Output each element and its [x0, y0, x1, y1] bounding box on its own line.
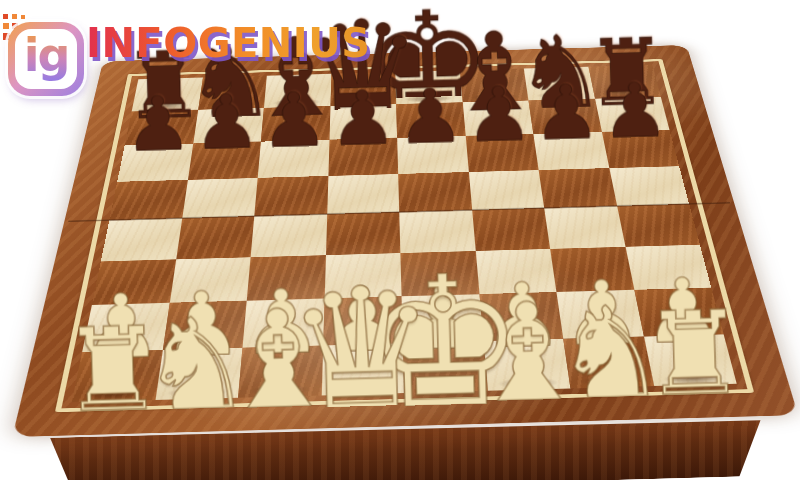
square-b4	[176, 216, 255, 259]
square-g7: ♟	[528, 98, 601, 134]
logo-badge-inner: ig	[15, 29, 77, 89]
square-g1: ♞	[563, 336, 653, 388]
square-c7: ♟	[261, 106, 330, 142]
product-photo-chess-set: ♜♞♝♛♚♝♞♜♟♟♟♟♟♟♟♟♟♟♟♟♟♟♟♟♜♞♝♛♚♝♞♜ ig INFO…	[0, 0, 800, 480]
square-h7: ♟	[595, 97, 670, 133]
square-g6	[533, 132, 608, 170]
logo-badge-text: ig	[24, 28, 69, 82]
square-h1: ♜	[643, 334, 736, 386]
square-h6	[601, 130, 679, 168]
chess-board-photo: ♜♞♝♛♚♝♞♜♟♟♟♟♟♟♟♟♟♟♟♟♟♟♟♟♜♞♝♛♚♝♞♜	[0, 0, 800, 480]
square-g4	[544, 206, 625, 249]
squares-grid: ♜♞♝♛♚♝♞♜♟♟♟♟♟♟♟♟♟♟♟♟♟♟♟♟♜♞♝♛♚♝♞♜	[72, 65, 737, 402]
square-h4	[617, 204, 700, 247]
logo-title: INFOGENIUS INFOGENIUS	[86, 20, 371, 66]
square-b7: ♟	[193, 108, 264, 144]
square-e7: ♟	[396, 102, 465, 138]
chess-board: ♜♞♝♛♚♝♞♜♟♟♟♟♟♟♟♟♟♟♟♟♟♟♟♟♜♞♝♛♚♝♞♜	[12, 45, 798, 437]
square-d6	[328, 138, 398, 176]
square-e6	[397, 136, 468, 174]
square-c6	[258, 140, 329, 178]
square-f7: ♟	[462, 100, 533, 136]
square-a6	[117, 144, 193, 182]
square-a4	[101, 218, 182, 261]
board-scene: ♜♞♝♛♚♝♞♜♟♟♟♟♟♟♟♟♟♟♟♟♟♟♟♟♜♞♝♛♚♝♞♜	[55, 0, 743, 480]
square-a1: ♜	[72, 350, 163, 403]
square-b6	[187, 142, 260, 180]
logo-title-text: INFOGENIUS	[86, 20, 371, 66]
square-a7: ♟	[125, 110, 198, 146]
logo-badge: ig	[8, 22, 84, 96]
square-c4	[251, 214, 327, 257]
square-d7: ♟	[329, 104, 397, 140]
square-f6	[465, 134, 538, 172]
square-b1: ♞	[155, 347, 243, 400]
